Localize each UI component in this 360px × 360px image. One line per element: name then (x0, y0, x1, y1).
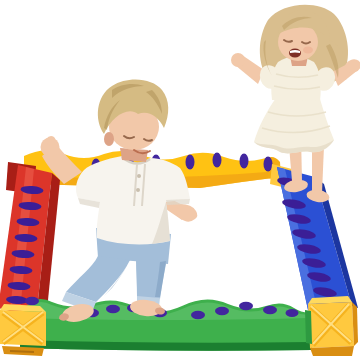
purple-dot (263, 306, 277, 314)
boy-jeans-left-leg (66, 256, 130, 302)
green-beam-end-sliver (305, 310, 312, 344)
boy-right-hand (176, 204, 197, 222)
purple-dot (213, 153, 222, 168)
boy-shirt-button (137, 174, 141, 178)
boy-shirt-button (136, 188, 140, 192)
balance-beam-scene (0, 0, 360, 360)
purple-dot (186, 155, 195, 170)
left-beam-red (0, 162, 60, 320)
purple-dot (106, 305, 120, 313)
girl-laughing-mouth (289, 49, 301, 58)
purple-dot (25, 297, 39, 305)
front-beam-green (20, 297, 312, 351)
purple-dot (215, 307, 229, 315)
girl-cheek-blush (303, 47, 313, 54)
purple-dot (191, 311, 205, 319)
boy-ear (104, 132, 114, 146)
purple-dot (286, 309, 299, 317)
purple-dot (240, 154, 249, 169)
corner-connector-bottom-left (0, 304, 46, 356)
corner-connector-bottom-right (305, 296, 358, 356)
boy (41, 80, 198, 325)
product-photo (0, 0, 360, 360)
purple-dot (264, 157, 273, 172)
girl-left-fist (231, 53, 245, 67)
boy-left-thumb (46, 136, 56, 145)
purple-dot (239, 302, 253, 310)
